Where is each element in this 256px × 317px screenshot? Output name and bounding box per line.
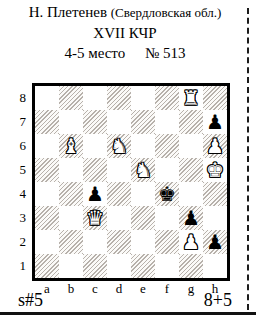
file-label-d: d	[107, 281, 131, 297]
square-e8	[131, 86, 155, 110]
piece-wN-d6: ♞	[107, 134, 131, 158]
square-d1	[107, 254, 131, 278]
piece-wP-g2: ♟	[179, 230, 203, 254]
author-line: Н. Плетенев (Свердловская обл.)	[0, 2, 250, 23]
square-f2	[155, 230, 179, 254]
square-a5	[35, 158, 59, 182]
square-e1	[131, 254, 155, 278]
square-c8	[83, 86, 107, 110]
square-a6	[35, 134, 59, 158]
square-g8: ♜	[179, 86, 203, 110]
square-h7: ♟	[203, 110, 227, 134]
rank-label-7: 7	[14, 110, 32, 134]
piece-bP-h2: ♟	[203, 230, 227, 254]
square-f6	[155, 134, 179, 158]
square-a2	[35, 230, 59, 254]
square-c3: ♛	[83, 206, 107, 230]
piece-bP-h7: ♟	[203, 110, 227, 134]
square-a8	[35, 86, 59, 110]
square-b5	[59, 158, 83, 182]
square-e5: ♞	[131, 158, 155, 182]
file-label-f: f	[155, 281, 179, 297]
stipulation: s#5	[18, 290, 43, 310]
bottom-rule	[0, 312, 256, 315]
rank-label-3: 3	[14, 206, 32, 230]
square-d4	[107, 182, 131, 206]
square-h6: ♟	[203, 134, 227, 158]
square-d2	[107, 230, 131, 254]
board: ♜♟♝♞♟♞♚♟♚♛♟♟♟	[32, 83, 230, 281]
square-e2	[131, 230, 155, 254]
square-e6	[131, 134, 155, 158]
piece-wK-h5: ♚	[203, 158, 227, 182]
rank-label-1: 1	[14, 254, 32, 278]
material-count: 8+5	[204, 290, 232, 310]
square-f5	[155, 158, 179, 182]
piece-bP-g3: ♟	[179, 206, 203, 230]
piece-wQ-c3: ♛	[83, 206, 107, 230]
square-d5	[107, 158, 131, 182]
square-d8	[107, 86, 131, 110]
event-title: XVII КЧР	[0, 23, 250, 43]
square-f8	[155, 86, 179, 110]
piece-wB-b6: ♝	[59, 134, 83, 158]
file-label-b: b	[59, 281, 83, 297]
square-d3	[107, 206, 131, 230]
square-h5: ♚	[203, 158, 227, 182]
square-c7	[83, 110, 107, 134]
piece-wR-g8: ♜	[179, 86, 203, 110]
square-a7	[35, 110, 59, 134]
square-b4	[59, 182, 83, 206]
problem-card: Н. Плетенев (Свердловская обл.) XVII КЧР…	[0, 0, 256, 317]
square-a1	[35, 254, 59, 278]
square-h1	[203, 254, 227, 278]
file-labels: abcdefgh	[32, 281, 230, 297]
square-g2: ♟	[179, 230, 203, 254]
piece-bP-c4: ♟	[83, 182, 107, 206]
file-label-g: g	[179, 281, 203, 297]
square-f7	[155, 110, 179, 134]
square-f1	[155, 254, 179, 278]
piece-bK-f4: ♚	[155, 182, 179, 206]
square-b2	[59, 230, 83, 254]
square-c6	[83, 134, 107, 158]
rank-label-4: 4	[14, 182, 32, 206]
square-c5	[83, 158, 107, 182]
square-f3	[155, 206, 179, 230]
cut-dashed-line	[247, 8, 249, 310]
square-h2: ♟	[203, 230, 227, 254]
square-a3	[35, 206, 59, 230]
square-h8	[203, 86, 227, 110]
square-g1	[179, 254, 203, 278]
square-g3: ♟	[179, 206, 203, 230]
square-f4: ♚	[155, 182, 179, 206]
square-d7	[107, 110, 131, 134]
square-d6: ♞	[107, 134, 131, 158]
square-c1	[83, 254, 107, 278]
square-b6: ♝	[59, 134, 83, 158]
rank-label-2: 2	[14, 230, 32, 254]
square-b7	[59, 110, 83, 134]
award-place: 4-5 место	[64, 45, 125, 61]
chess-diagram: 87654321 ♜♟♝♞♟♞♚♟♚♛♟♟♟ abcdefgh	[14, 83, 230, 297]
piece-wP-h6: ♟	[203, 134, 227, 158]
square-g4	[179, 182, 203, 206]
piece-wN-e5: ♞	[131, 158, 155, 182]
square-b3	[59, 206, 83, 230]
author-region: (Свердловская обл.)	[111, 5, 222, 20]
award-line: 4-5 место № 513	[0, 43, 250, 63]
square-g6	[179, 134, 203, 158]
header: Н. Плетенев (Свердловская обл.) XVII КЧР…	[0, 2, 250, 63]
file-label-e: e	[131, 281, 155, 297]
square-h4	[203, 182, 227, 206]
rank-labels: 87654321	[14, 83, 32, 281]
square-e4	[131, 182, 155, 206]
square-a4	[35, 182, 59, 206]
rank-label-5: 5	[14, 158, 32, 182]
square-g5	[179, 158, 203, 182]
square-h3	[203, 206, 227, 230]
square-e3	[131, 206, 155, 230]
square-e7	[131, 110, 155, 134]
square-b8	[59, 86, 83, 110]
square-c4: ♟	[83, 182, 107, 206]
problem-number: № 513	[145, 45, 186, 61]
square-g7	[179, 110, 203, 134]
file-label-c: c	[83, 281, 107, 297]
rank-label-8: 8	[14, 86, 32, 110]
rank-label-6: 6	[14, 134, 32, 158]
square-c2	[83, 230, 107, 254]
author-name: Н. Плетенев	[29, 4, 107, 20]
square-b1	[59, 254, 83, 278]
